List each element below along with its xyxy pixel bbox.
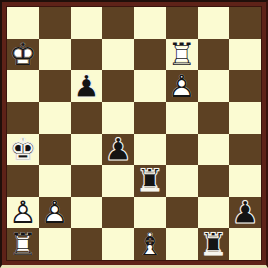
square-b3[interactable] [39,165,71,197]
piece-black-pawn[interactable]: ♟ [71,70,103,102]
square-f6[interactable]: ♟♙ [166,70,198,102]
black-rook-glyph: ♜ [136,165,164,196]
square-d6[interactable] [102,70,134,102]
square-a7[interactable]: ♚♔ [7,39,39,71]
piece-black-king[interactable]: ♚ [7,134,39,166]
square-e6[interactable] [134,70,166,102]
square-g8[interactable] [198,7,230,39]
square-a6[interactable] [7,70,39,102]
square-d3[interactable] [102,165,134,197]
square-a1[interactable]: ♜♖ [7,228,39,260]
square-d2[interactable] [102,197,134,229]
square-a3[interactable] [7,165,39,197]
square-c1[interactable] [71,228,103,260]
piece-white-king[interactable]: ♚♔ [7,39,39,71]
black-pawn-glyph: ♟ [104,134,132,165]
square-f2[interactable] [166,197,198,229]
square-b5[interactable] [39,102,71,134]
square-a8[interactable] [7,7,39,39]
square-c7[interactable] [71,39,103,71]
piece-white-rook[interactable]: ♜♖ [7,228,39,260]
black-king-glyph: ♚ [9,134,37,165]
square-c6[interactable]: ♟ [71,70,103,102]
piece-white-pawn[interactable]: ♟♙ [7,197,39,229]
square-d5[interactable] [102,102,134,134]
square-f3[interactable] [166,165,198,197]
square-d8[interactable] [102,7,134,39]
black-rook-glyph: ♜ [199,229,227,260]
piece-black-pawn[interactable]: ♟ [229,197,261,229]
square-c8[interactable] [71,7,103,39]
square-h3[interactable] [229,165,261,197]
square-h7[interactable] [229,39,261,71]
square-c5[interactable] [71,102,103,134]
square-h5[interactable] [229,102,261,134]
white-pawn-glyph-outline: ♙ [168,71,196,102]
white-rook-glyph-outline: ♖ [168,39,196,70]
piece-white-pawn[interactable]: ♟♙ [166,70,198,102]
square-e1[interactable]: ♝♗ [134,228,166,260]
square-e3[interactable]: ♜ [134,165,166,197]
square-d7[interactable] [102,39,134,71]
square-g7[interactable] [198,39,230,71]
square-b4[interactable] [39,134,71,166]
square-a4[interactable]: ♚ [7,134,39,166]
square-g6[interactable] [198,70,230,102]
square-a2[interactable]: ♟♙ [7,197,39,229]
white-king-glyph-outline: ♔ [9,39,37,70]
black-pawn-glyph: ♟ [72,71,100,102]
square-h8[interactable] [229,7,261,39]
square-a5[interactable] [7,102,39,134]
square-h6[interactable] [229,70,261,102]
square-e7[interactable] [134,39,166,71]
piece-black-pawn[interactable]: ♟ [102,134,134,166]
square-f5[interactable] [166,102,198,134]
square-g3[interactable] [198,165,230,197]
square-c3[interactable] [71,165,103,197]
square-b1[interactable] [39,228,71,260]
square-g2[interactable] [198,197,230,229]
square-f7[interactable]: ♜♖ [166,39,198,71]
white-bishop-glyph-outline: ♗ [136,229,164,260]
square-c4[interactable] [71,134,103,166]
square-f4[interactable] [166,134,198,166]
square-g1[interactable]: ♜ [198,228,230,260]
square-e2[interactable] [134,197,166,229]
piece-black-rook[interactable]: ♜ [134,165,166,197]
square-e4[interactable] [134,134,166,166]
square-c2[interactable] [71,197,103,229]
square-b2[interactable]: ♟♙ [39,197,71,229]
square-e8[interactable] [134,7,166,39]
square-b8[interactable] [39,7,71,39]
chess-board-frame: ♚♔♜♖♟♟♙♚♟♜♟♙♟♙♟♜♖♝♗♜ [0,0,268,268]
square-h4[interactable] [229,134,261,166]
chess-board: ♚♔♜♖♟♟♙♚♟♜♟♙♟♙♟♜♖♝♗♜ [7,7,261,260]
square-d4[interactable]: ♟ [102,134,134,166]
square-h2[interactable]: ♟ [229,197,261,229]
piece-black-rook[interactable]: ♜ [198,228,230,260]
square-f8[interactable] [166,7,198,39]
black-pawn-glyph: ♟ [231,197,259,228]
square-b6[interactable] [39,70,71,102]
square-e5[interactable] [134,102,166,134]
white-rook-glyph-outline: ♖ [9,229,37,260]
piece-white-pawn[interactable]: ♟♙ [39,197,71,229]
square-h1[interactable] [229,228,261,260]
piece-white-rook[interactable]: ♜♖ [166,39,198,71]
square-f1[interactable] [166,228,198,260]
square-g5[interactable] [198,102,230,134]
piece-white-bishop[interactable]: ♝♗ [134,228,166,260]
square-d1[interactable] [102,228,134,260]
white-pawn-glyph-outline: ♙ [41,197,69,228]
square-g4[interactable] [198,134,230,166]
white-pawn-glyph-outline: ♙ [9,197,37,228]
square-b7[interactable] [39,39,71,71]
